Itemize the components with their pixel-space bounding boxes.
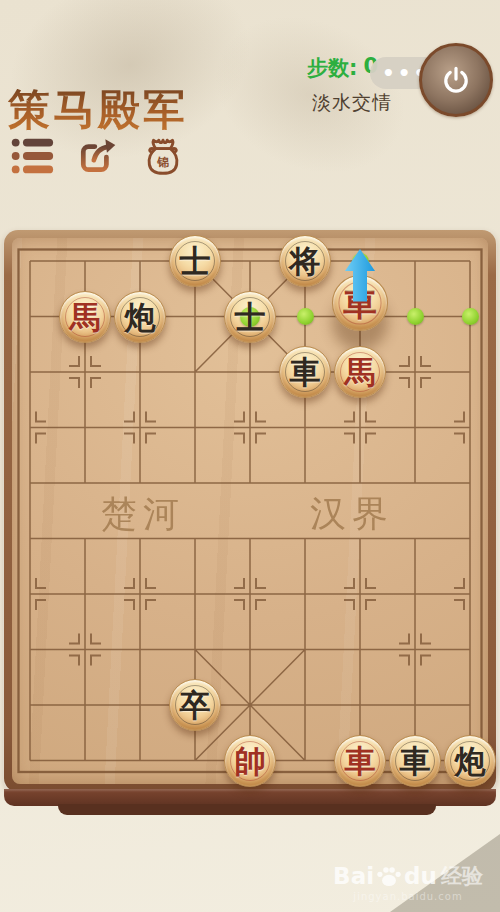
piece-glyph: 炮: [455, 745, 486, 777]
piece-black-chariot[interactable]: 車: [279, 346, 331, 398]
piece-black-cannon[interactable]: 炮: [114, 291, 166, 343]
piece-glyph: 帥: [235, 745, 266, 777]
piece-red-general[interactable]: 帥: [224, 735, 276, 787]
avatar-quit-button[interactable]: [419, 43, 493, 117]
piece-glyph: 馬: [345, 356, 376, 388]
toolbar: 锦: [9, 136, 187, 176]
piece-grid: 士将馬炮士車車馬卒帥車車炮: [3, 233, 498, 788]
piece-glyph: 将: [290, 245, 321, 277]
piece-glyph: 士: [235, 301, 266, 333]
power-icon: [440, 64, 472, 96]
page-title: 策马殿军: [8, 82, 188, 138]
piece-black-soldier[interactable]: 卒: [169, 679, 221, 731]
watermark-url: jingyan.baidu.com: [328, 891, 488, 902]
watermark-brand-prefix: Bai: [333, 865, 374, 888]
piece-black-advisor[interactable]: 士: [169, 235, 221, 287]
step-counter: 步数: 0: [307, 54, 378, 82]
share-button[interactable]: [74, 136, 122, 176]
piece-black-cannon[interactable]: 炮: [444, 735, 496, 787]
tips-button[interactable]: 锦: [139, 136, 187, 176]
watermark: Bai du 经验 jingyan.baidu.com: [328, 865, 488, 902]
piece-red-chariot[interactable]: 車: [334, 735, 386, 787]
moves-list-button[interactable]: [9, 136, 57, 176]
piece-glyph: 馬: [70, 301, 101, 333]
game-page: 策马殿军: [0, 0, 500, 912]
tip-bag-char: 锦: [156, 156, 169, 170]
piece-black-chariot[interactable]: 車: [389, 735, 441, 787]
piece-black-general[interactable]: 将: [279, 235, 331, 287]
paw-icon: [376, 865, 402, 888]
piece-glyph: 車: [345, 745, 376, 777]
tip-bag-icon: 锦: [141, 135, 185, 177]
piece-glyph: 車: [290, 356, 321, 388]
watermark-brand-suffix: du: [404, 865, 437, 888]
moves-list-icon: [10, 137, 56, 175]
piece-red-horse[interactable]: 馬: [334, 346, 386, 398]
piece-glyph: 車: [400, 745, 431, 777]
step-counter-label: 步数:: [307, 54, 357, 82]
piece-glyph: 車: [343, 285, 376, 320]
watermark-brand-cn: 经验: [441, 866, 483, 887]
piece-black-advisor[interactable]: 士: [224, 291, 276, 343]
piece-glyph: 炮: [125, 301, 156, 333]
share-icon: [77, 135, 119, 177]
player-name: 淡水交情: [312, 90, 412, 116]
board-foot: [58, 804, 436, 815]
background-leaf-shadow: [139, 0, 480, 248]
piece-red-chariot[interactable]: 車: [332, 274, 388, 330]
piece-red-horse[interactable]: 馬: [59, 291, 111, 343]
piece-glyph: 士: [180, 245, 211, 277]
piece-glyph: 卒: [180, 689, 211, 721]
